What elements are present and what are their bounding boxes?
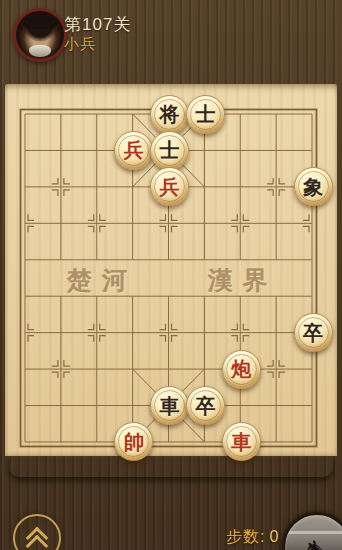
level-title: 第107关 (64, 13, 131, 36)
expand-button[interactable] (13, 514, 61, 550)
scene-button[interactable]: ♞ (282, 512, 342, 550)
move-counter-value: 0 (269, 528, 279, 545)
move-counter: 步数:0 (226, 527, 279, 548)
move-counter-label: 步数: (226, 528, 265, 545)
piece-black-chariot[interactable]: 車 (150, 386, 189, 425)
piece-character: 車 (160, 396, 180, 416)
piece-character: 兵 (124, 140, 144, 160)
river-label-chu: 楚河 (42, 264, 162, 297)
piece-black-soldier[interactable]: 卒 (186, 386, 225, 425)
piece-black-elephant[interactable]: 象 (294, 167, 333, 206)
knight-icon: ♞ (299, 532, 333, 550)
level-name: 小兵 (64, 35, 96, 54)
piece-character: 卒 (195, 396, 215, 416)
piece-character: 兵 (160, 177, 180, 197)
player-avatar[interactable] (13, 8, 67, 62)
board-bevel (9, 456, 333, 477)
piece-character: 士 (160, 140, 180, 160)
piece-character: 車 (231, 432, 251, 452)
piece-red-cannon[interactable]: 炮 (222, 350, 261, 389)
piece-black-general[interactable]: 将 (150, 95, 189, 134)
piece-black-advisor[interactable]: 士 (150, 131, 189, 170)
river-label-han: 漢界 (183, 264, 303, 297)
piece-character: 士 (195, 104, 215, 124)
piece-character: 将 (160, 104, 180, 124)
piece-red-soldier[interactable]: 兵 (114, 131, 153, 170)
piece-character: 炮 (231, 359, 251, 379)
piece-character: 象 (303, 177, 323, 197)
piece-character: 帥 (124, 432, 144, 452)
piece-black-advisor[interactable]: 士 (186, 95, 225, 134)
piece-character: 卒 (303, 323, 323, 343)
piece-red-chariot[interactable]: 車 (222, 422, 261, 461)
game-screen: 第107关 小兵 楚河 漢界 将士兵士兵象卒炮車卒帥車 步数:0 ♞ (0, 0, 342, 550)
piece-black-soldier[interactable]: 卒 (294, 313, 333, 352)
